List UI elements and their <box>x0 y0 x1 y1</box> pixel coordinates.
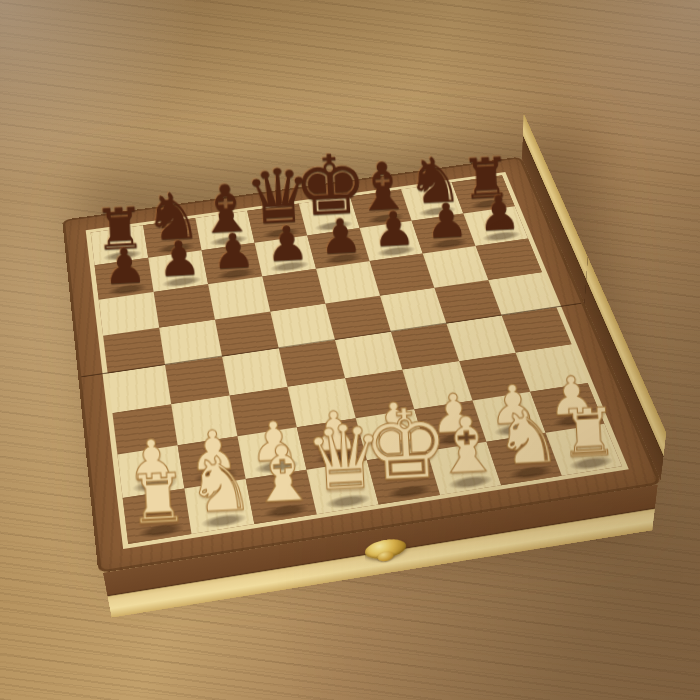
clasp-knob-icon <box>377 550 393 562</box>
board-grid: ♜♞♝♛♚♝♞♜♟♟♟♟♟♟♟♟♟♟♟♟♟♟♟♟♜♞♝♛♚♝♞♜ <box>86 172 629 549</box>
black-pawn: ♟ <box>424 197 469 246</box>
black-pawn: ♟ <box>210 227 255 277</box>
black-pawn: ♟ <box>156 234 201 284</box>
table-surface: ♜♞♝♛♚♝♞♜♟♟♟♟♟♟♟♟♟♟♟♟♟♟♟♟♜♞♝♛♚♝♞♜ <box>0 0 700 700</box>
black-pawn: ♟ <box>371 204 416 254</box>
brass-clasp-icon <box>365 537 407 562</box>
square-a1[interactable]: ♜ <box>123 489 192 544</box>
chess-board: ♜♞♝♛♚♝♞♜♟♟♟♟♟♟♟♟♟♟♟♟♟♟♟♟♜♞♝♛♚♝♞♜ <box>62 157 662 574</box>
black-pawn: ♟ <box>101 242 147 292</box>
black-pawn: ♟ <box>318 212 363 262</box>
square-h6[interactable] <box>476 238 542 279</box>
black-pawn: ♟ <box>264 219 309 269</box>
black-pawn: ♟ <box>476 189 521 238</box>
square-c1[interactable]: ♝ <box>246 470 317 524</box>
square-a7[interactable]: ♟ <box>95 258 154 300</box>
square-b1[interactable]: ♞ <box>184 479 254 534</box>
square-f7[interactable]: ♟ <box>360 221 423 261</box>
square-b6[interactable] <box>154 284 215 327</box>
square-e6[interactable] <box>316 261 380 303</box>
white-knight: ♞ <box>492 399 562 476</box>
white-knight: ♞ <box>184 445 255 524</box>
white-bishop: ♝ <box>246 434 319 515</box>
white-rook: ♜ <box>557 398 619 466</box>
square-d6[interactable] <box>262 269 325 312</box>
white-rook: ♜ <box>126 464 189 534</box>
board-tilt-wrapper: ♜♞♝♛♚♝♞♜♟♟♟♟♟♟♟♟♟♟♟♟♟♟♟♟♜♞♝♛♚♝♞♜ <box>65 70 605 610</box>
